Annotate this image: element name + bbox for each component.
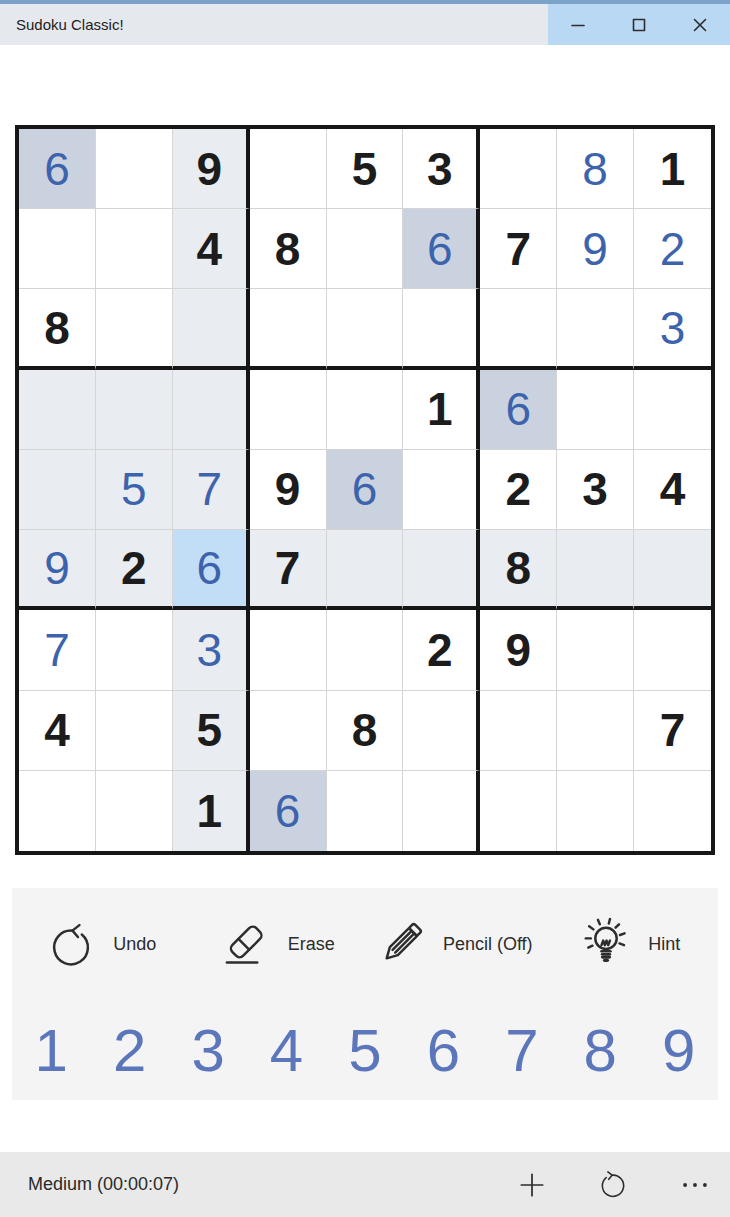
cell-r7c9[interactable] (634, 610, 711, 690)
cell-r7c5[interactable] (327, 610, 404, 690)
numpad-8[interactable]: 8 (561, 1000, 639, 1100)
cell-r5c3[interactable]: 7 (173, 450, 250, 530)
cell-r6c9[interactable] (634, 530, 711, 610)
cell-r2c8[interactable]: 9 (557, 209, 634, 289)
cell-r6c2[interactable]: 2 (96, 530, 173, 610)
cell-r3c7[interactable] (480, 289, 557, 369)
cell-r1c1[interactable]: 6 (19, 129, 96, 209)
minimize-button[interactable] (548, 4, 609, 45)
cell-r9c9[interactable] (634, 771, 711, 851)
cell-r7c7[interactable]: 9 (480, 610, 557, 690)
cell-r8c2[interactable] (96, 691, 173, 771)
cell-r9c2[interactable] (96, 771, 173, 851)
cell-r5c4[interactable]: 9 (250, 450, 327, 530)
new-game-button[interactable] (516, 1169, 548, 1201)
minimize-icon (570, 17, 586, 33)
cell-r3c9[interactable]: 3 (634, 289, 711, 369)
cell-r4c5[interactable] (327, 370, 404, 450)
cell-r5c1[interactable] (19, 450, 96, 530)
plus-icon (516, 1169, 548, 1201)
cell-r6c1[interactable]: 9 (19, 530, 96, 610)
cell-r9c1[interactable] (19, 771, 96, 851)
cell-r8c4[interactable] (250, 691, 327, 771)
numpad-6[interactable]: 6 (404, 1000, 482, 1100)
cell-r1c6[interactable]: 3 (403, 129, 480, 209)
numpad-5[interactable]: 5 (326, 1000, 404, 1100)
pencil-icon (374, 917, 428, 971)
cell-r7c4[interactable] (250, 610, 327, 690)
cell-r4c7[interactable]: 6 (480, 370, 557, 450)
toolbar: Undo Erase (12, 888, 718, 1000)
cell-r5c8[interactable]: 3 (557, 450, 634, 530)
cell-r9c3[interactable]: 1 (173, 771, 250, 851)
cell-r7c8[interactable] (557, 610, 634, 690)
cell-r1c9[interactable]: 1 (634, 129, 711, 209)
cell-r4c1[interactable] (19, 370, 96, 450)
cell-r3c1[interactable]: 8 (19, 289, 96, 369)
cell-r8c6[interactable] (403, 691, 480, 771)
cell-r2c9[interactable]: 2 (634, 209, 711, 289)
cell-r6c8[interactable] (557, 530, 634, 610)
window-title: Sudoku Classic! (16, 4, 124, 45)
cell-r6c3[interactable]: 6 (173, 530, 250, 610)
cell-r2c6[interactable]: 6 (403, 209, 480, 289)
cell-r7c1[interactable]: 7 (19, 610, 96, 690)
app-window: Sudoku Classic! 695381486792831657962349… (0, 0, 730, 1217)
cell-r1c3[interactable]: 9 (173, 129, 250, 209)
cell-r1c2[interactable] (96, 129, 173, 209)
cell-r3c8[interactable] (557, 289, 634, 369)
cell-r8c1[interactable]: 4 (19, 691, 96, 771)
sudoku-board: 69538148679283165796234926787329458716 (15, 125, 715, 855)
cell-r8c8[interactable] (557, 691, 634, 771)
restart-icon (596, 1168, 630, 1202)
maximize-button[interactable] (609, 4, 670, 45)
cell-r6c6[interactable] (403, 530, 480, 610)
cell-r4c4[interactable] (250, 370, 327, 450)
close-icon (692, 17, 708, 33)
erase-button[interactable]: Erase (189, 888, 366, 1000)
cell-r8c5[interactable]: 8 (327, 691, 404, 771)
cell-r7c6[interactable]: 2 (403, 610, 480, 690)
cell-r1c7[interactable] (480, 129, 557, 209)
cell-r2c3[interactable]: 4 (173, 209, 250, 289)
numpad-3[interactable]: 3 (169, 1000, 247, 1100)
cell-r5c2[interactable]: 5 (96, 450, 173, 530)
difficulty-timer-text: Medium (00:00:07) (28, 1174, 179, 1195)
cell-r3c6[interactable] (403, 289, 480, 369)
cell-r7c3[interactable]: 3 (173, 610, 250, 690)
eraser-icon (219, 917, 273, 971)
cell-r9c5[interactable] (327, 771, 404, 851)
cell-r2c4[interactable]: 8 (250, 209, 327, 289)
cell-r4c8[interactable] (557, 370, 634, 450)
cell-r2c7[interactable]: 7 (480, 209, 557, 289)
cell-r1c8[interactable]: 8 (557, 129, 634, 209)
statusbar: Medium (00:00:07) (0, 1152, 730, 1217)
erase-label: Erase (288, 934, 335, 955)
numpad-4[interactable]: 4 (247, 1000, 325, 1100)
cell-r3c4[interactable] (250, 289, 327, 369)
cell-r2c2[interactable] (96, 209, 173, 289)
cell-r3c5[interactable] (327, 289, 404, 369)
cell-r8c3[interactable]: 5 (173, 691, 250, 771)
close-button[interactable] (669, 4, 730, 45)
pencil-button[interactable]: Pencil (Off) (365, 888, 542, 1000)
restart-button[interactable] (596, 1168, 630, 1202)
cell-r5c6[interactable] (403, 450, 480, 530)
cell-r1c5[interactable]: 5 (327, 129, 404, 209)
cell-r5c5[interactable]: 6 (327, 450, 404, 530)
undo-label: Undo (113, 934, 156, 955)
cell-r4c9[interactable] (634, 370, 711, 450)
statusbar-actions (516, 1168, 730, 1202)
cell-r7c2[interactable] (96, 610, 173, 690)
cell-r2c1[interactable] (19, 209, 96, 289)
cell-r9c6[interactable] (403, 771, 480, 851)
cell-r5c7[interactable]: 2 (480, 450, 557, 530)
cell-r4c2[interactable] (96, 370, 173, 450)
pencil-label: Pencil (Off) (443, 934, 533, 955)
cell-r4c3[interactable] (173, 370, 250, 450)
cell-r9c7[interactable] (480, 771, 557, 851)
titlebar: Sudoku Classic! (0, 0, 730, 45)
number-pad: 1 2 3 4 5 6 7 8 9 (12, 1000, 718, 1100)
control-panel: Undo Erase (12, 888, 718, 1100)
cell-r8c9[interactable]: 7 (634, 691, 711, 771)
window-controls (548, 4, 730, 45)
cell-r4c6[interactable]: 1 (403, 370, 480, 450)
cell-r6c5[interactable] (327, 530, 404, 610)
cell-r6c4[interactable]: 7 (250, 530, 327, 610)
more-options-button[interactable] (678, 1168, 712, 1202)
maximize-icon (631, 17, 647, 33)
cell-r6c7[interactable]: 8 (480, 530, 557, 610)
more-icon (678, 1168, 712, 1202)
cell-r9c4[interactable]: 6 (250, 771, 327, 851)
numpad-9[interactable]: 9 (640, 1000, 718, 1100)
numpad-1[interactable]: 1 (12, 1000, 90, 1100)
undo-button[interactable]: Undo (12, 888, 189, 1000)
cell-r3c3[interactable] (173, 289, 250, 369)
cell-r8c7[interactable] (480, 691, 557, 771)
lightbulb-icon (579, 917, 633, 971)
cell-r9c8[interactable] (557, 771, 634, 851)
hint-label: Hint (648, 934, 680, 955)
cell-r3c2[interactable] (96, 289, 173, 369)
hint-button[interactable]: Hint (542, 888, 719, 1000)
cell-r1c4[interactable] (250, 129, 327, 209)
cell-r5c9[interactable]: 4 (634, 450, 711, 530)
numpad-2[interactable]: 2 (90, 1000, 168, 1100)
numpad-7[interactable]: 7 (483, 1000, 561, 1100)
cell-r2c5[interactable] (327, 209, 404, 289)
undo-icon (44, 917, 98, 971)
